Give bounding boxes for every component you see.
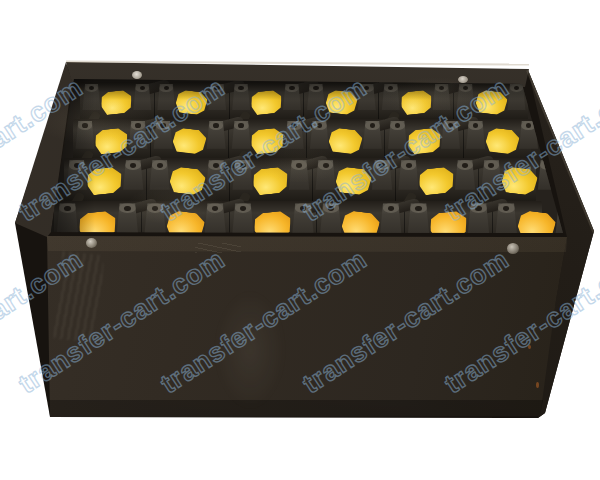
watermark-text: transfer-cart.com bbox=[439, 72, 600, 228]
watermark-text: transfer-cart.com bbox=[0, 244, 89, 400]
product-photo: transfer-cart.comtransfer-cart.comtransf… bbox=[0, 0, 600, 480]
watermark-text: transfer-cart.com bbox=[155, 72, 372, 228]
watermark-text: transfer-cart.com bbox=[13, 72, 230, 228]
watermark-text: transfer-cart.com bbox=[13, 244, 230, 400]
watermark-text: transfer-cart.com bbox=[155, 244, 372, 400]
watermark-text: transfer-cart.com bbox=[297, 72, 514, 228]
watermark-text: transfer-cart.com bbox=[0, 72, 89, 228]
watermark-layer: transfer-cart.comtransfer-cart.comtransf… bbox=[0, 0, 600, 480]
watermark-text: transfer-cart.com bbox=[439, 244, 600, 400]
watermark-text: transfer-cart.com bbox=[297, 244, 514, 400]
